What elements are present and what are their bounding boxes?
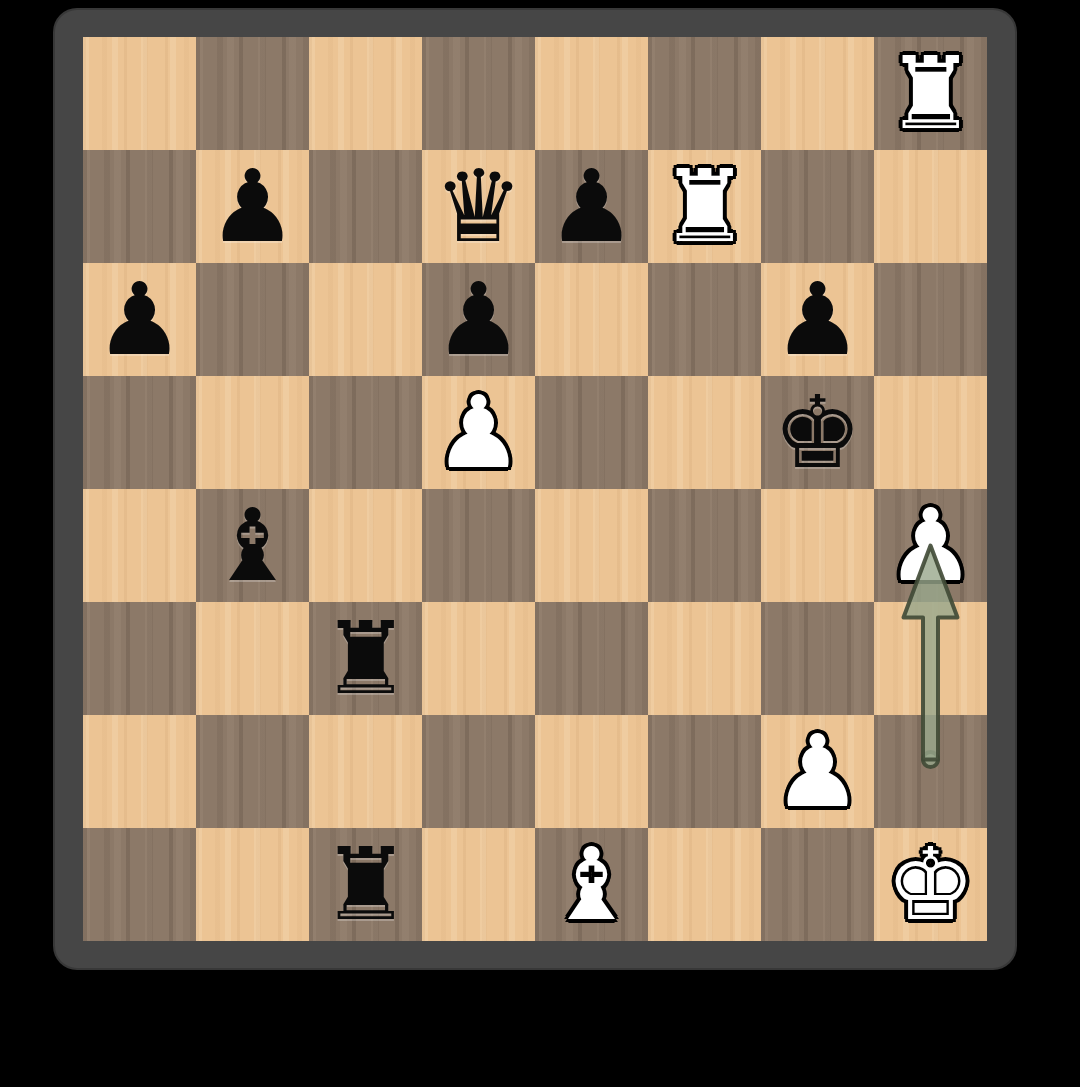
square-c1[interactable]: ♜ (309, 828, 422, 941)
square-h2[interactable] (874, 715, 987, 828)
square-b1[interactable] (196, 828, 309, 941)
square-b5[interactable] (196, 376, 309, 489)
square-d2[interactable] (422, 715, 535, 828)
square-e3[interactable] (535, 602, 648, 715)
square-e7[interactable]: ♟ (535, 150, 648, 263)
square-d6[interactable]: ♟ (422, 263, 535, 376)
square-c7[interactable] (309, 150, 422, 263)
square-d8[interactable] (422, 37, 535, 150)
square-b4[interactable]: ♝ (196, 489, 309, 602)
square-b3[interactable] (196, 602, 309, 715)
square-c5[interactable] (309, 376, 422, 489)
black-pawn[interactable]: ♟ (95, 263, 185, 376)
black-bishop[interactable]: ♝ (208, 489, 298, 602)
square-a8[interactable] (83, 37, 196, 150)
square-a4[interactable] (83, 489, 196, 602)
square-d4[interactable] (422, 489, 535, 602)
square-h5[interactable] (874, 376, 987, 489)
square-h8[interactable]: ♜ (874, 37, 987, 150)
square-g5[interactable]: ♚ (761, 376, 874, 489)
square-f3[interactable] (648, 602, 761, 715)
square-b6[interactable] (196, 263, 309, 376)
white-pawn[interactable]: ♟ (434, 376, 524, 489)
square-g6[interactable]: ♟ (761, 263, 874, 376)
square-f1[interactable] (648, 828, 761, 941)
black-pawn[interactable]: ♟ (208, 150, 298, 263)
square-h6[interactable] (874, 263, 987, 376)
square-f7[interactable]: ♜ (648, 150, 761, 263)
square-e1[interactable]: ♝ (535, 828, 648, 941)
square-e8[interactable] (535, 37, 648, 150)
square-a2[interactable] (83, 715, 196, 828)
black-rook[interactable]: ♜ (321, 602, 411, 715)
square-f6[interactable] (648, 263, 761, 376)
square-h7[interactable] (874, 150, 987, 263)
white-rook[interactable]: ♜ (660, 150, 750, 263)
square-b2[interactable] (196, 715, 309, 828)
square-g2[interactable]: ♟ (761, 715, 874, 828)
square-c3[interactable]: ♜ (309, 602, 422, 715)
square-g4[interactable] (761, 489, 874, 602)
square-g8[interactable] (761, 37, 874, 150)
square-c6[interactable] (309, 263, 422, 376)
white-bishop[interactable]: ♝ (547, 828, 637, 941)
square-h1[interactable]: ♚ (874, 828, 987, 941)
square-d7[interactable]: ♛ (422, 150, 535, 263)
square-e5[interactable] (535, 376, 648, 489)
black-rook[interactable]: ♜ (321, 828, 411, 941)
chess-board: ♜♟♛♟♜♟♟♟♟♚♝♟♜♟♜♝♚ (83, 37, 987, 941)
square-f2[interactable] (648, 715, 761, 828)
square-b8[interactable] (196, 37, 309, 150)
square-e6[interactable] (535, 263, 648, 376)
square-b7[interactable]: ♟ (196, 150, 309, 263)
square-f4[interactable] (648, 489, 761, 602)
square-g3[interactable] (761, 602, 874, 715)
square-d1[interactable] (422, 828, 535, 941)
square-h4[interactable]: ♟ (874, 489, 987, 602)
square-a7[interactable] (83, 150, 196, 263)
square-a6[interactable]: ♟ (83, 263, 196, 376)
board-frame: ♜♟♛♟♜♟♟♟♟♚♝♟♜♟♜♝♚ (55, 10, 1015, 968)
black-pawn[interactable]: ♟ (773, 263, 863, 376)
square-e2[interactable] (535, 715, 648, 828)
square-e4[interactable] (535, 489, 648, 602)
square-c2[interactable] (309, 715, 422, 828)
square-a5[interactable] (83, 376, 196, 489)
square-d5[interactable]: ♟ (422, 376, 535, 489)
white-king[interactable]: ♚ (886, 828, 976, 941)
square-g1[interactable] (761, 828, 874, 941)
black-pawn[interactable]: ♟ (434, 263, 524, 376)
black-king[interactable]: ♚ (773, 376, 863, 489)
square-a1[interactable] (83, 828, 196, 941)
black-queen[interactable]: ♛ (434, 150, 524, 263)
square-c4[interactable] (309, 489, 422, 602)
white-rook[interactable]: ♜ (886, 37, 976, 150)
square-c8[interactable] (309, 37, 422, 150)
square-d3[interactable] (422, 602, 535, 715)
white-pawn[interactable]: ♟ (773, 715, 863, 828)
square-g7[interactable] (761, 150, 874, 263)
square-f8[interactable] (648, 37, 761, 150)
square-f5[interactable] (648, 376, 761, 489)
white-pawn[interactable]: ♟ (886, 489, 976, 602)
black-pawn[interactable]: ♟ (547, 150, 637, 263)
square-h3[interactable] (874, 602, 987, 715)
square-a3[interactable] (83, 602, 196, 715)
